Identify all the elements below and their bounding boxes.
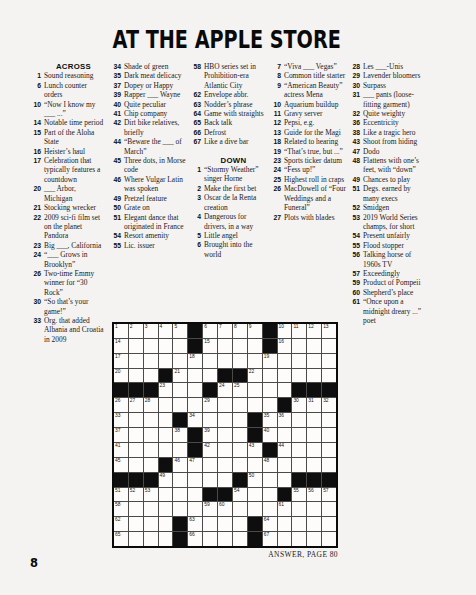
clue-down-47: 47Dodo (347, 147, 428, 156)
grid-cell-r6c8[interactable] (218, 398, 232, 412)
grid-cell-r1c6 (188, 324, 202, 338)
clue-text: Part of the Aloha State (44, 128, 105, 147)
grid-cell-r13c10[interactable] (248, 502, 262, 516)
grid-cell-r13c5[interactable] (173, 502, 187, 516)
grid-cell-r12c11[interactable] (263, 488, 277, 502)
across-header: ACROSS (28, 62, 105, 71)
grid-cell-r4c2[interactable] (129, 369, 143, 383)
clue-down-24: 24“Fess up!” (268, 165, 346, 174)
clue-across-30: 30“So that’s your game!” (28, 297, 105, 316)
grid-cell-r3c10[interactable] (248, 354, 262, 368)
grid-cell-r6c9[interactable] (233, 398, 247, 412)
clue-down-32: 32Quite weighty (347, 109, 428, 118)
grid-cell-r4c10[interactable]: 22 (248, 369, 262, 383)
grid-cell-r14c15[interactable] (322, 517, 336, 531)
grid-cell-r9c11 (263, 443, 277, 457)
grid-cell-r4c12[interactable] (278, 369, 292, 383)
grid-cell-r5c12[interactable] (278, 383, 292, 397)
grid-cell-r14c11[interactable]: 64 (263, 517, 277, 531)
grid-cell-r1c14[interactable]: 12 (307, 324, 321, 338)
grid-cell-r12c14[interactable]: 56 (307, 488, 321, 502)
grid-cell-r14c6[interactable]: 63 (188, 517, 202, 531)
grid-cell-r9c12[interactable]: 44 (278, 443, 292, 457)
cell-number: 17 (115, 354, 120, 360)
clue-number: 51 (347, 184, 363, 193)
clue-text: “Stormy Weather” singer Horne (204, 165, 265, 184)
grid-cell-r12c6[interactable] (188, 488, 202, 502)
grid-cell-r9c4[interactable] (159, 443, 173, 457)
clue-text: Three dots, in Morse code (124, 156, 186, 175)
grid-cell-r9c1[interactable]: 41 (114, 443, 128, 457)
grid-cell-r6c4[interactable] (159, 398, 173, 412)
grid-cell-r5c7 (203, 383, 217, 397)
grid-cell-r14c2[interactable] (129, 517, 143, 531)
grid-cell-r6c6[interactable] (188, 398, 202, 412)
grid-cell-r9c13[interactable] (292, 443, 306, 457)
grid-cell-r13c8[interactable]: 60 (218, 502, 232, 516)
grid-cell-r10c1[interactable]: 45 (114, 458, 128, 472)
grid-cell-r12c3[interactable]: 53 (144, 488, 158, 502)
grid-cell-r1c9[interactable]: 8 (233, 324, 247, 338)
clue-across-17: 17Celebration that typically features a … (28, 156, 105, 184)
clue-number: 13 (268, 128, 284, 137)
cell-number: 14 (115, 339, 120, 345)
grid-cell-r10c10[interactable] (248, 458, 262, 472)
grid-cell-r15c12[interactable] (278, 532, 292, 546)
clue-text: Brought into the world (204, 240, 265, 259)
grid-cell-r2c4[interactable] (159, 339, 173, 353)
grid-cell-r4c15[interactable] (322, 369, 336, 383)
grid-cell-r7c13[interactable] (292, 413, 306, 427)
grid-cell-r13c2[interactable] (129, 502, 143, 516)
cell-number: 2 (130, 324, 133, 330)
cell-number: 1 (115, 324, 118, 330)
grid-cell-r7c14[interactable] (307, 413, 321, 427)
clue-text: Dark meat delicacy (124, 71, 186, 80)
cell-number: 12 (308, 324, 313, 330)
grid-cell-r6c7[interactable]: 29 (203, 398, 217, 412)
grid-cell-r9c7[interactable]: 42 (203, 443, 217, 457)
cell-number: 55 (293, 488, 298, 494)
grid-cell-r12c5[interactable] (173, 488, 187, 502)
grid-cell-r6c1[interactable]: 26 (114, 398, 128, 412)
grid-cell-r15c7[interactable] (203, 532, 217, 546)
grid-cell-r1c11 (263, 324, 277, 338)
grid-cell-r9c15[interactable] (322, 443, 336, 457)
grid-cell-r13c14[interactable] (307, 502, 321, 516)
grid-cell-r3c15[interactable] (322, 354, 336, 368)
grid-cell-r12c15[interactable]: 57 (322, 488, 336, 502)
grid-cell-r4c1[interactable]: 20 (114, 369, 128, 383)
grid-cell-r14c8[interactable] (218, 517, 232, 531)
cell-number: 41 (115, 443, 120, 449)
cell-number: 29 (204, 398, 209, 404)
grid-cell-r10c3[interactable] (144, 458, 158, 472)
cell-number: 33 (115, 413, 120, 419)
grid-cell-r8c9[interactable] (233, 428, 247, 442)
grid-cell-r2c11 (263, 339, 277, 353)
grid-cell-r11c7[interactable] (203, 473, 217, 487)
grid-cell-r10c5[interactable]: 46 (173, 458, 187, 472)
grid-cell-r12c1[interactable]: 51 (114, 488, 128, 502)
cell-number: 7 (219, 324, 222, 330)
grid-cell-r3c7[interactable] (203, 354, 217, 368)
clue-number: 64 (188, 109, 204, 118)
clue-text: Like a dive bar (204, 137, 265, 146)
grid-cell-r15c8[interactable] (218, 532, 232, 546)
grid-cell-r4c7[interactable] (203, 369, 217, 383)
clue-down-43: 43Shoot from hiding (347, 137, 428, 146)
grid-cell-r7c11[interactable]: 35 (263, 413, 277, 427)
grid-cell-r10c4 (159, 458, 173, 472)
grid-cell-r2c15[interactable] (322, 339, 336, 353)
grid-cell-r5c11[interactable] (263, 383, 277, 397)
grid-cell-r8c11[interactable]: 40 (263, 428, 277, 442)
grid-cell-r14c9[interactable] (233, 517, 247, 531)
grid-cell-r1c5[interactable]: 5 (173, 324, 187, 338)
grid-cell-r1c15[interactable]: 13 (322, 324, 336, 338)
grid-cell-r15c13[interactable] (292, 532, 306, 546)
grid-cell-r7c9[interactable] (233, 413, 247, 427)
clue-number: 36 (347, 118, 363, 127)
grid-cell-r8c3[interactable] (144, 428, 158, 442)
grid-cell-r13c6[interactable] (188, 502, 202, 516)
grid-cell-r3c13[interactable] (292, 354, 306, 368)
clue-text: Org. that added Albania and Croatia in 2… (44, 316, 105, 344)
grid-cell-r13c7[interactable]: 59 (203, 502, 217, 516)
grid-cell-r10c15[interactable] (322, 458, 336, 472)
cell-number: 31 (308, 398, 313, 404)
clue-number: 56 (347, 250, 363, 259)
grid-cell-r10c9[interactable] (233, 458, 247, 472)
clue-number: 3 (188, 193, 204, 202)
grid-cell-r13c15[interactable] (322, 502, 336, 516)
grid-cell-r3c1[interactable]: 17 (114, 354, 128, 368)
grid-cell-r11c2 (129, 473, 143, 487)
clue-across-54: 54Resort amenity (108, 231, 186, 240)
cell-number: 57 (323, 488, 328, 494)
cell-number: 65 (115, 532, 120, 538)
clue-across-40: 40Quite peculiar (108, 100, 186, 109)
grid-cell-r9c2[interactable] (129, 443, 143, 457)
clue-text: Heister’s haul (44, 147, 105, 156)
grid-cell-r2c13[interactable] (292, 339, 306, 353)
clue-number: 4 (188, 212, 204, 221)
grid-cell-r5c1 (114, 383, 128, 397)
grid-cell-r12c10[interactable] (248, 488, 262, 502)
grid-cell-r5c10[interactable] (248, 383, 262, 397)
grid-cell-r1c10[interactable]: 9 (248, 324, 262, 338)
clue-across-51: 51Elegant dance that originated in Franc… (108, 213, 186, 232)
clue-number: 49 (347, 175, 363, 184)
grid-cell-r7c3[interactable] (144, 413, 158, 427)
grid-cell-r15c3[interactable] (144, 532, 158, 546)
grid-cell-r8c15[interactable] (322, 428, 336, 442)
grid-cell-r1c1[interactable]: 1 (114, 324, 128, 338)
grid-cell-r3c9[interactable] (233, 354, 247, 368)
grid-cell-r2c14[interactable] (307, 339, 321, 353)
grid-cell-r6c15[interactable]: 32 (322, 398, 336, 412)
clue-number: 55 (108, 241, 124, 250)
cell-number: 35 (264, 413, 269, 419)
grid-cell-r13c12[interactable]: 61 (278, 502, 292, 516)
cell-number: 20 (115, 369, 120, 375)
cell-number: 58 (115, 502, 120, 508)
grid-cell-r2c3[interactable] (144, 339, 158, 353)
clue-number: 34 (108, 62, 124, 71)
grid-cell-r7c4[interactable] (159, 413, 173, 427)
grid-cell-r6c13[interactable]: 30 (292, 398, 306, 412)
clue-down-59: 59Product of Pompeii (347, 278, 428, 287)
clue-across-46: 46Where Vulgar Latin was spoken (108, 175, 186, 194)
clue-down-29: 29Lavender bloomers (347, 71, 428, 80)
grid-cell-r7c6[interactable]: 34 (188, 413, 202, 427)
grid-cell-r9c9[interactable] (233, 443, 247, 457)
clue-number: 12 (268, 118, 284, 127)
grid-cell-r14c4[interactable] (159, 517, 173, 531)
clue-down-53: 532019 World Series champs, for short (347, 213, 428, 232)
grid-cell-r3c2[interactable] (129, 354, 143, 368)
grid-cell-r11c6[interactable] (188, 473, 202, 487)
grid-cell-r3c6[interactable]: 18 (188, 354, 202, 368)
grid-cell-r1c2[interactable]: 2 (129, 324, 143, 338)
cell-number: 44 (279, 443, 284, 449)
grid-cell-r9c8[interactable] (218, 443, 232, 457)
grid-cell-r12c7 (203, 488, 217, 502)
grid-cell-r7c12[interactable]: 36 (278, 413, 292, 427)
clue-text: Nodder’s phrase (204, 100, 265, 109)
grid-cell-r5c5[interactable] (173, 383, 187, 397)
clue-number: 6 (188, 240, 204, 249)
grid-cell-r6c3[interactable]: 28 (144, 398, 158, 412)
grid-cell-r8c1[interactable]: 37 (114, 428, 128, 442)
clue-down-56: 56Talking horse of 1960s TV (347, 250, 428, 269)
grid-cell-r14c1[interactable]: 62 (114, 517, 128, 531)
clue-down-4: 4Dangerous for drivers, in a way (188, 212, 265, 231)
grid-cell-r4c13[interactable] (292, 369, 306, 383)
grid-cell-r9c14[interactable] (307, 443, 321, 457)
grid-cell-r2c10[interactable] (248, 339, 262, 353)
grid-cell-r11c5[interactable] (173, 473, 187, 487)
grid-cell-r2c9[interactable] (233, 339, 247, 353)
clue-number: 66 (188, 128, 204, 137)
clue-across-14: 14Notable time period (28, 118, 105, 127)
grid-cell-r3c3[interactable] (144, 354, 158, 368)
grid-cell-r8c13[interactable] (292, 428, 306, 442)
grid-cell-r9c3[interactable] (144, 443, 158, 457)
cell-number: 18 (189, 354, 194, 360)
clue-number: 19 (268, 147, 284, 156)
grid-cell-r11c12[interactable] (278, 473, 292, 487)
grid-cell-r1c7[interactable]: 6 (203, 324, 217, 338)
clue-number: 17 (28, 156, 44, 165)
grid-cell-r1c4[interactable]: 4 (159, 324, 173, 338)
clue-number: 8 (268, 71, 284, 80)
grid-cell-r11c10[interactable]: 50 (248, 473, 262, 487)
grid-cell-r9c5[interactable] (173, 443, 187, 457)
grid-cell-r8c2[interactable] (129, 428, 143, 442)
grid-cell-r11c3 (144, 473, 158, 487)
grid-cell-r9c10[interactable]: 43 (248, 443, 262, 457)
grid-cell-r5c8[interactable]: 24 (218, 383, 232, 397)
grid-cell-r11c15 (322, 473, 336, 487)
cell-number: 8 (234, 324, 237, 330)
grid-cell-r15c9[interactable] (233, 532, 247, 546)
clue-across-55: 55Lic. issuer (108, 241, 186, 250)
grid-cell-r15c2[interactable] (129, 532, 143, 546)
grid-cell-r14c7[interactable] (203, 517, 217, 531)
grid-cell-r10c7[interactable] (203, 458, 217, 472)
grid-cell-r5c6[interactable] (188, 383, 202, 397)
grid-cell-r6c2[interactable]: 27 (129, 398, 143, 412)
grid-cell-r7c8[interactable] (218, 413, 232, 427)
clue-number: 52 (347, 203, 363, 212)
clue-number: 61 (347, 297, 363, 306)
grid-cell-r7c2[interactable] (129, 413, 143, 427)
grid-cell-r11c8[interactable] (218, 473, 232, 487)
clue-down-55: 55Flood stopper (347, 241, 428, 250)
grid-cell-r4c11[interactable] (263, 369, 277, 383)
clue-down-28: 28Les ___-Unis (347, 62, 428, 71)
grid-cell-r15c4[interactable] (159, 532, 173, 546)
grid-cell-r10c6[interactable]: 47 (188, 458, 202, 472)
grid-cell-r10c12[interactable] (278, 458, 292, 472)
grid-cell-r4c3[interactable] (144, 369, 158, 383)
grid-cell-r1c13[interactable]: 11 (292, 324, 306, 338)
grid-cell-r6c10[interactable] (248, 398, 262, 412)
grid-cell-r1c8[interactable]: 7 (218, 324, 232, 338)
grid-cell-r1c12[interactable]: 10 (278, 324, 292, 338)
grid-cell-r13c3[interactable] (144, 502, 158, 516)
grid-cell-r7c15[interactable] (322, 413, 336, 427)
grid-cell-r8c8[interactable] (218, 428, 232, 442)
grid-cell-r13c11[interactable] (263, 502, 277, 516)
clue-number: 10 (28, 100, 44, 109)
grid-cell-r3c4[interactable] (159, 354, 173, 368)
grid-cell-r8c10 (248, 428, 262, 442)
grid-cell-r11c9 (233, 473, 247, 487)
grid-cell-r3c5[interactable] (173, 354, 187, 368)
grid-cell-r3c11[interactable]: 19 (263, 354, 277, 368)
clue-column-4: 7“Viva ___ Vegas”8Common title starter9“… (268, 62, 346, 222)
clue-text: Defrost (204, 128, 265, 137)
cell-number: 56 (308, 488, 313, 494)
grid-cell-r14c12[interactable] (278, 517, 292, 531)
clue-across-21: 21Stocking wrecker (28, 203, 105, 212)
grid-cell-r11c11[interactable] (263, 473, 277, 487)
grid-cell-r4c5[interactable]: 21 (173, 369, 187, 383)
grid-cell-r10c14[interactable] (307, 458, 321, 472)
cell-number: 13 (323, 324, 328, 330)
cell-number: 39 (204, 428, 209, 434)
clue-text: Plots with blades (284, 213, 346, 222)
grid-cell-r2c7[interactable]: 15 (203, 339, 217, 353)
grid-cell-r3c8[interactable] (218, 354, 232, 368)
clue-across-34: 34Shade of green (108, 62, 186, 71)
grid-cell-r7c1[interactable]: 33 (114, 413, 128, 427)
cell-number: 64 (264, 517, 269, 523)
grid-cell-r15c11[interactable]: 67 (263, 532, 277, 546)
grid-cell-r6c5[interactable] (173, 398, 187, 412)
cell-number: 67 (264, 532, 269, 538)
clue-number: 41 (108, 109, 124, 118)
grid-cell-r8c12[interactable] (278, 428, 292, 442)
grid-cell-r10c2[interactable] (129, 458, 143, 472)
grid-cell-r15c15[interactable] (322, 532, 336, 546)
grid-cell-r5c4[interactable]: 23 (159, 383, 173, 397)
clue-text: Flattens with one’s feet, with “down” (363, 156, 428, 175)
clue-text: Product of Pompeii (363, 278, 428, 287)
grid-cell-r12c9[interactable]: 54 (233, 488, 247, 502)
clue-number: 1 (28, 71, 44, 80)
clue-down-36: 36Eccentricity (347, 118, 428, 127)
grid-cell-r7c7[interactable] (203, 413, 217, 427)
clue-column-1: ACROSS1Sound reasoning6Lunch counter ord… (28, 62, 105, 344)
grid-cell-r15c1[interactable]: 65 (114, 532, 128, 546)
grid-cell-r6c11[interactable] (263, 398, 277, 412)
clue-text: Present unfairly (363, 231, 428, 240)
grid-cell-r13c4[interactable] (159, 502, 173, 516)
grid-cell-r2c2[interactable] (129, 339, 143, 353)
grid-cell-r12c4[interactable] (159, 488, 173, 502)
grid-cell-r15c6[interactable]: 66 (188, 532, 202, 546)
grid-cell-r3c14[interactable] (307, 354, 321, 368)
grid-cell-r8c7[interactable]: 39 (203, 428, 217, 442)
grid-cell-r8c14[interactable] (307, 428, 321, 442)
grid-cell-r10c11[interactable]: 48 (263, 458, 277, 472)
clue-number: 62 (188, 90, 204, 99)
grid-cell-r3c12[interactable] (278, 354, 292, 368)
clue-text: Where Vulgar Latin was spoken (124, 175, 186, 194)
grid-cell-r2c8[interactable] (218, 339, 232, 353)
grid-cell-r13c9[interactable] (233, 502, 247, 516)
grid-cell-r10c13[interactable] (292, 458, 306, 472)
clue-number: 45 (108, 156, 124, 165)
grid-cell-r11c4[interactable]: 49 (159, 473, 173, 487)
cell-number: 16 (279, 339, 284, 345)
grid-cell-r4c6[interactable] (188, 369, 202, 383)
grid-cell-r10c8[interactable] (218, 458, 232, 472)
grid-cell-r1c3[interactable]: 3 (144, 324, 158, 338)
cell-number: 52 (130, 488, 135, 494)
grid-cell-r5c2 (129, 383, 143, 397)
grid-cell-r15c14[interactable] (307, 532, 321, 546)
grid-cell-r6c14[interactable]: 31 (307, 398, 321, 412)
grid-cell-r13c13[interactable] (292, 502, 306, 516)
grid-cell-r12c13[interactable]: 55 (292, 488, 306, 502)
grid-cell-r13c1[interactable]: 58 (114, 502, 128, 516)
grid-cell-r8c4[interactable] (159, 428, 173, 442)
grid-cell-r14c14[interactable] (307, 517, 321, 531)
clue-across-66: 66Defrost (188, 128, 265, 137)
grid-cell-r12c2[interactable]: 52 (129, 488, 143, 502)
clue-down-51: 51Degs. earned by many execs (347, 184, 428, 203)
cell-number: 28 (145, 398, 150, 404)
grid-cell-r14c13[interactable] (292, 517, 306, 531)
cell-number: 32 (323, 398, 328, 404)
grid-cell-r11c13 (292, 473, 306, 487)
grid-cell-r14c3[interactable] (144, 517, 158, 531)
grid-cell-r2c12[interactable]: 16 (278, 339, 292, 353)
clue-down-2: 2Make the first bet (188, 184, 265, 193)
grid-cell-r4c14[interactable] (307, 369, 321, 383)
clue-down-13: 13Guide for the Magi (268, 128, 346, 137)
grid-cell-r5c9[interactable]: 25 (233, 383, 247, 397)
grid-cell-r2c5[interactable] (173, 339, 187, 353)
grid-cell-r8c5[interactable]: 38 (173, 428, 187, 442)
grid-cell-r2c1[interactable]: 14 (114, 339, 128, 353)
clue-number: 2 (188, 184, 204, 193)
